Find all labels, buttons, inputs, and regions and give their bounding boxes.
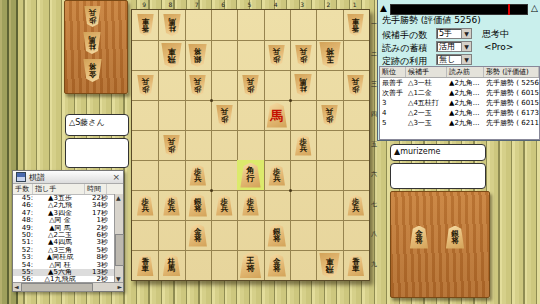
move-number: 54:	[13, 262, 34, 269]
move-time: 8秒	[86, 254, 108, 261]
close-icon[interactable]: ×	[112, 173, 120, 182]
piece-1-7[interactable]: 歩兵	[347, 195, 364, 216]
candidate-rank: 5	[380, 118, 406, 128]
kifu-window: 棋譜 × 手数 指し手 時間 45: ▲3五歩 22秒46: △2九飛 34秒4…	[12, 170, 124, 292]
kifu-row[interactable]: 55: ▲5六角 13秒	[13, 269, 123, 276]
joseki-use-value: 無し	[439, 55, 455, 64]
kifu-row[interactable]: 48: △同 金 1秒	[13, 217, 123, 224]
kifu-row[interactable]: 51: ▲4四馬 3秒	[13, 239, 123, 246]
chevron-down-icon[interactable]: ▼	[461, 55, 471, 64]
reading-accum-label: 読みの蓄積	[382, 42, 427, 55]
move-time: 17秒	[86, 210, 108, 217]
hoshi-dot	[289, 189, 292, 192]
rank-coordinate: 四	[371, 111, 377, 117]
kifu-row[interactable]: 49: ▲同 馬 2秒	[13, 225, 123, 232]
kifu-vscroll-thumb[interactable]	[115, 234, 124, 266]
kifu-row[interactable]: 45: ▲3五歩 22秒	[13, 195, 123, 202]
candidate-eval: 先手勝勢 ( 6015)	[484, 98, 539, 108]
sente-hand-g[interactable]: 金将	[410, 226, 429, 249]
piece-8-1[interactable]: 桂馬	[163, 14, 181, 36]
move-number: 53:	[13, 254, 34, 261]
move-number: 48:	[13, 217, 34, 224]
candidate-eval: 先手勝勢 ( 6015)	[484, 88, 539, 98]
candidate-row[interactable]: 5 △3一玉 ▲2九角... 先手勝勢 ( 6211)	[380, 118, 539, 128]
file-coordinate: 3	[300, 2, 304, 8]
piece-7-7[interactable]: 銀将	[188, 194, 207, 217]
candidate-row[interactable]: 4 △2一玉 ▲2九角... 先手勝勢 ( 6173)	[380, 108, 539, 118]
scroll-right-icon[interactable]: ►	[117, 283, 122, 291]
piece-7-2[interactable]: 銀将	[188, 44, 207, 67]
piece-2-9[interactable]: 飛車	[319, 253, 340, 278]
kifu-header: 手数 指し手 時間	[13, 184, 123, 195]
file-coordinate: 8	[169, 2, 173, 8]
thinking-status: 思考中	[482, 29, 509, 39]
candidate-col-header: 読み筋	[447, 67, 484, 77]
kifu-window-icon	[16, 172, 26, 182]
candidate-line: ▲2九角...	[447, 78, 484, 88]
move-time: 3秒	[86, 262, 108, 269]
candidate-row[interactable]: 3 △4五桂打 ▲2九角... 先手勝勢 ( 6015)	[380, 98, 539, 108]
grid-line	[132, 250, 369, 251]
grid-line	[132, 100, 369, 101]
grid-line	[132, 220, 369, 221]
piece-2-4[interactable]: 歩兵	[321, 105, 338, 126]
candidate-rank: 次善手	[380, 88, 406, 98]
candidate-move: △4五桂打	[406, 98, 447, 108]
candidate-eval: 先手勝勢 ( 6173)	[484, 108, 539, 118]
grid-line	[185, 10, 186, 280]
move-time: 13秒	[86, 269, 108, 276]
kifu-vertical-scrollbar[interactable]: ▲ ▼	[114, 194, 123, 283]
candidate-line: ▲2九角...	[447, 88, 484, 98]
grid-line	[132, 130, 369, 131]
candidate-col-header: 順位	[380, 67, 406, 77]
kifu-col-move: 指し手	[33, 184, 85, 194]
rank-coordinate: 一	[371, 21, 377, 27]
move-text: ▲3四金	[34, 210, 86, 217]
move-text: △同 金	[34, 217, 86, 224]
rank-coordinate: 三	[371, 81, 377, 87]
candidate-line: ▲2九角...	[447, 108, 484, 118]
move-text: ▲4四馬	[34, 239, 86, 246]
app-background: 歩兵桂馬金将 △S藤さん 香車桂馬香車飛車銀将歩兵歩兵玉将歩兵歩兵歩兵桂馬歩兵歩…	[0, 0, 540, 304]
piece-5-9[interactable]: 王将	[240, 252, 262, 278]
kifu-row[interactable]: 53: ▲同桂成 8秒	[13, 254, 123, 261]
move-time: 34秒	[86, 202, 108, 209]
piece-8-5[interactable]: 歩兵	[163, 135, 180, 156]
piece-9-1[interactable]: 香車	[137, 14, 154, 36]
candidate-row[interactable]: 最善手 △3一桂 ▲2九角... 先手勝勢 ( 5256)	[380, 78, 539, 88]
rank-coordinate: 七	[371, 201, 377, 207]
kifu-titlebar[interactable]: 棋譜 ×	[13, 171, 123, 184]
candidate-eval: 先手勝勢 ( 5256)	[484, 78, 539, 88]
piece-3-5[interactable]: 歩兵	[295, 135, 312, 156]
move-time: 6秒	[86, 232, 108, 239]
candidate-col-header: 候補手	[406, 67, 447, 77]
file-coordinate: 4	[274, 2, 278, 8]
candidate-rank: 4	[380, 108, 406, 118]
candidate-move: △3一玉	[406, 118, 447, 128]
hoshi-dot	[210, 189, 213, 192]
reading-accum-value: 活用	[439, 42, 455, 51]
piece-8-7[interactable]: 歩兵	[163, 195, 180, 216]
piece-1-1[interactable]: 香車	[347, 14, 364, 36]
piece-4-8[interactable]: 銀将	[267, 224, 286, 247]
piece-5-3[interactable]: 歩兵	[242, 75, 259, 96]
grid-line	[211, 10, 212, 280]
piece-8-2[interactable]: 飛車	[161, 43, 182, 68]
candidate-move: △2一玉	[406, 108, 447, 118]
gote-name: △S藤さん	[69, 118, 105, 127]
joseki-use-select[interactable]: 無し ▼	[436, 54, 472, 65]
move-number: 51:	[13, 239, 34, 246]
piece-4-9[interactable]: 金将	[267, 254, 286, 277]
candidates-count-label: 候補手の数	[382, 29, 427, 42]
piece-3-2[interactable]: 歩兵	[295, 45, 312, 66]
piece-1-9[interactable]: 香車	[347, 254, 364, 276]
file-coordinate: 1	[353, 2, 357, 8]
move-time: 3秒	[86, 239, 108, 246]
eval-bar-tick	[508, 4, 510, 15]
rank-coordinate: 二	[371, 51, 377, 57]
move-number: 45:	[13, 195, 34, 202]
piece-5-7[interactable]: 歩兵	[242, 195, 259, 216]
candidate-rank: 3	[380, 98, 406, 108]
move-text: △2九飛	[34, 202, 86, 209]
candidates-count-value: 5手	[439, 29, 452, 38]
sente-name: ▲murizeme	[394, 147, 440, 156]
candidates-count-select[interactable]: 5手 ▼	[436, 28, 472, 39]
piece-4-6[interactable]: 歩兵	[268, 165, 285, 186]
kifu-row[interactable]: 47: ▲3四金 17秒	[13, 210, 123, 217]
gote-hand-n[interactable]: 桂馬	[83, 32, 101, 54]
grid-line	[290, 10, 291, 280]
move-text: △2二玉	[34, 232, 86, 239]
candidate-line: ▲2九角...	[447, 118, 484, 128]
kifu-row[interactable]: 50: △2二玉 6秒	[13, 232, 123, 239]
candidate-col-header: 形勢 (評価値)	[484, 67, 539, 77]
gote-comment-box	[65, 138, 129, 168]
kifu-row[interactable]: 46: △2九飛 34秒	[13, 202, 123, 209]
piece-7-3[interactable]: 歩兵	[189, 75, 206, 96]
move-time: 5秒	[86, 247, 108, 254]
piece-7-8[interactable]: 金将	[188, 224, 207, 247]
shogi-board[interactable]: 香車桂馬香車飛車銀将歩兵歩兵玉将歩兵歩兵歩兵桂馬歩兵歩兵馬歩兵歩兵歩兵歩兵角行歩…	[131, 9, 370, 281]
candidate-line: ▲2九角...	[447, 98, 484, 108]
rank-coordinate: 九	[371, 261, 377, 267]
kifu-hscroll-thumb[interactable]	[21, 283, 93, 292]
file-coordinate: 5	[248, 2, 252, 8]
move-number: 46:	[13, 202, 34, 209]
piece-9-9[interactable]: 香車	[137, 254, 154, 276]
rank-coordinate: 八	[371, 231, 377, 237]
sente-name-plate: ▲murizeme	[390, 144, 486, 161]
rank-coordinate: 五	[371, 141, 377, 147]
move-number: 52:	[13, 247, 34, 254]
piece-4-2[interactable]: 歩兵	[268, 45, 285, 66]
grid-line	[343, 10, 344, 280]
move-time: 22秒	[86, 195, 108, 202]
evaluation-status: 先手勝勢 (評価値 5256)	[382, 15, 481, 25]
piece-1-3[interactable]: 歩兵	[347, 75, 364, 96]
hoshi-dot	[289, 99, 292, 102]
move-time: 1秒	[86, 217, 108, 224]
move-number: 55:	[13, 269, 34, 276]
piece-7-6[interactable]: 歩兵	[189, 165, 206, 186]
sente-komadai: 金将銀将	[390, 191, 490, 298]
piece-8-9[interactable]: 桂馬	[163, 254, 181, 276]
file-coordinate: 6	[221, 2, 225, 8]
grid-line	[132, 40, 369, 41]
move-text: ▲3五歩	[34, 195, 86, 202]
hoshi-dot	[210, 99, 213, 102]
candidate-move: △3一桂	[406, 78, 447, 88]
move-text: ▲同 馬	[34, 225, 86, 232]
file-coordinate: 9	[142, 2, 146, 8]
move-number: 47:	[13, 210, 34, 217]
sente-comment-box	[390, 163, 486, 189]
grid-line	[158, 10, 159, 280]
move-number: 50:	[13, 232, 34, 239]
file-coordinate: 7	[195, 2, 199, 8]
grid-line	[132, 70, 369, 71]
kifu-window-title: 棋譜	[29, 172, 112, 183]
candidate-move: △1二金	[406, 88, 447, 98]
grid-line	[132, 190, 369, 191]
move-text: △3三角	[34, 247, 86, 254]
move-text: ▲5六角	[34, 269, 86, 276]
piece-6-4[interactable]: 歩兵	[216, 105, 233, 126]
grid-line	[316, 10, 317, 280]
move-text: △同 桂	[34, 262, 86, 269]
piece-9-3[interactable]: 歩兵	[137, 75, 154, 96]
candidate-moves-table: 順位候補手読み筋形勢 (評価値) 最善手 △3一桂 ▲2九角... 先手勝勢 (…	[379, 66, 540, 140]
chevron-down-icon[interactable]: ▼	[461, 29, 471, 38]
piece-3-3[interactable]: 桂馬	[294, 74, 312, 96]
scroll-up-icon[interactable]: ▲	[116, 194, 121, 202]
evaluation-bar: ▲ △	[380, 3, 538, 14]
gote-komadai: 歩兵桂馬金将	[64, 0, 128, 94]
sente-hand-s[interactable]: 銀将	[446, 226, 465, 249]
gote-mark: △	[531, 3, 538, 14]
gote-name-plate: △S藤さん	[65, 114, 129, 136]
rank-coordinate: 六	[371, 171, 377, 177]
file-coordinate: 2	[327, 2, 331, 8]
sente-mark: ▲	[380, 3, 387, 14]
candidate-row[interactable]: 次善手 △1二金 ▲2九角... 先手勝勢 ( 6015)	[380, 88, 539, 98]
grid-line	[237, 10, 238, 280]
kifu-col-time: 時間	[85, 184, 107, 194]
piece-6-7[interactable]: 歩兵	[216, 195, 233, 216]
chevron-down-icon[interactable]: ▼	[461, 42, 471, 51]
kifu-row[interactable]: 52: △3三角 5秒	[13, 247, 123, 254]
analysis-panel: ▲ △ 先手勝勢 (評価値 5256) 候補手の数 5手 ▼ 思考中 読みの蓄積…	[377, 0, 540, 141]
kifu-horizontal-scrollbar[interactable]: ◄ ►	[13, 282, 123, 291]
piece-9-7[interactable]: 歩兵	[137, 195, 154, 216]
move-time: 2秒	[86, 225, 108, 232]
move-number: 49:	[13, 225, 34, 232]
piece-2-2[interactable]: 玉将	[319, 42, 341, 68]
gote-hand-g[interactable]: 金将	[83, 59, 102, 82]
reading-accum-select[interactable]: 活用 ▼	[436, 41, 472, 52]
grid-line	[264, 10, 265, 280]
candidate-eval: 先手勝勢 ( 6211)	[484, 118, 539, 128]
kifu-col-moveno: 手数	[13, 184, 33, 194]
piece-4-4[interactable]: 馬	[266, 103, 287, 128]
kifu-row[interactable]: 54: △同 桂 3秒	[13, 262, 123, 269]
eval-bar-fill	[390, 4, 528, 15]
candidate-rank: 最善手	[380, 78, 406, 88]
engine-label: <Pro>	[484, 42, 513, 52]
move-text: ▲同桂成	[34, 254, 86, 261]
gote-hand-p[interactable]: 歩兵	[84, 6, 101, 27]
scroll-left-icon[interactable]: ◄	[14, 283, 19, 291]
